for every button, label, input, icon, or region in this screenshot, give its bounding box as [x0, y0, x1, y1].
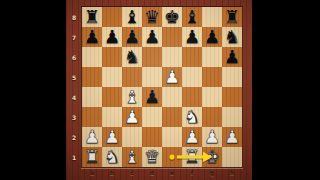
piece-black-pawn-h6[interactable]: ♟	[222, 47, 242, 67]
square-c4[interactable]: ♝	[122, 87, 142, 107]
square-g7[interactable]: ♟	[202, 27, 222, 47]
square-h5[interactable]	[222, 67, 242, 87]
piece-white-pawn-g2[interactable]: ♟	[202, 127, 222, 147]
square-b6[interactable]	[102, 47, 122, 67]
square-g5[interactable]	[202, 67, 222, 87]
square-d2[interactable]	[142, 127, 162, 147]
square-f1[interactable]: ♜	[182, 147, 202, 167]
file-label-c: c	[122, 167, 142, 180]
square-e6[interactable]	[162, 47, 182, 67]
file-label-f: f	[182, 167, 202, 180]
square-f5[interactable]	[182, 67, 202, 87]
square-b8[interactable]	[102, 7, 122, 27]
piece-white-pawn-b2[interactable]: ♟	[102, 127, 122, 147]
piece-white-pawn-a2[interactable]: ♟	[82, 127, 102, 147]
square-a5[interactable]	[82, 67, 102, 87]
file-label-d: d	[142, 167, 162, 180]
rank-labels: 87654321	[66, 7, 82, 167]
square-b7[interactable]: ♟	[102, 27, 122, 47]
rank-label-4: 4	[66, 87, 82, 107]
file-label-b: b	[102, 167, 122, 180]
piece-white-pawn-f2[interactable]: ♟	[182, 127, 202, 147]
piece-white-bishop-c1[interactable]: ♝	[122, 147, 142, 167]
piece-white-pawn-e5[interactable]: ♟	[162, 67, 182, 87]
square-e2[interactable]	[162, 127, 182, 147]
square-g8[interactable]	[202, 7, 222, 27]
piece-black-pawn-d7[interactable]: ♟	[142, 27, 162, 47]
square-c3[interactable]: ♟	[122, 107, 142, 127]
square-e4[interactable]	[162, 87, 182, 107]
square-h3[interactable]	[222, 107, 242, 127]
square-e8[interactable]: ♚	[162, 7, 182, 27]
piece-black-knight-c6[interactable]: ♞	[122, 47, 142, 67]
square-h7[interactable]: ♞	[222, 27, 242, 47]
square-g1[interactable]: ♚	[202, 147, 222, 167]
rank-label-2: 2	[66, 127, 82, 147]
square-e1[interactable]	[162, 147, 182, 167]
square-f2[interactable]: ♟	[182, 127, 202, 147]
square-d8[interactable]: ♛	[142, 7, 162, 27]
file-label-a: a	[82, 167, 102, 180]
square-b2[interactable]: ♟	[102, 127, 122, 147]
square-c8[interactable]: ♝	[122, 7, 142, 27]
piece-white-pawn-h2[interactable]: ♟	[222, 127, 242, 147]
square-g2[interactable]: ♟	[202, 127, 222, 147]
square-d1[interactable]: ♛	[142, 147, 162, 167]
piece-white-pawn-c3[interactable]: ♟	[122, 107, 142, 127]
piece-white-rook-a1[interactable]: ♜	[82, 147, 102, 167]
square-e3[interactable]	[162, 107, 182, 127]
piece-black-pawn-c7[interactable]: ♟	[122, 27, 142, 47]
rank-label-1: 1	[66, 147, 82, 167]
square-c5[interactable]	[122, 67, 142, 87]
square-e7[interactable]	[162, 27, 182, 47]
piece-white-king-g1[interactable]: ♚	[202, 147, 222, 167]
square-d4[interactable]: ♟	[142, 87, 162, 107]
square-c7[interactable]: ♟	[122, 27, 142, 47]
file-label-e: e	[162, 167, 182, 180]
square-h6[interactable]: ♟	[222, 47, 242, 67]
square-d3[interactable]	[142, 107, 162, 127]
piece-black-rook-h8[interactable]: ♜	[222, 7, 242, 27]
piece-black-queen-d8[interactable]: ♛	[142, 7, 162, 27]
square-c1[interactable]: ♝	[122, 147, 142, 167]
square-a2[interactable]: ♟	[82, 127, 102, 147]
piece-black-pawn-f7[interactable]: ♟	[182, 27, 202, 47]
piece-black-knight-h7[interactable]: ♞	[222, 27, 242, 47]
piece-black-rook-a8[interactable]: ♜	[82, 7, 102, 27]
square-h2[interactable]: ♟	[222, 127, 242, 147]
square-h1[interactable]	[222, 147, 242, 167]
square-d5[interactable]	[142, 67, 162, 87]
square-e5[interactable]: ♟	[162, 67, 182, 87]
square-b3[interactable]	[102, 107, 122, 127]
square-g6[interactable]	[202, 47, 222, 67]
piece-white-bishop-c4[interactable]: ♝	[122, 87, 142, 107]
piece-black-pawn-d4[interactable]: ♟	[142, 87, 162, 107]
chess-board-frame: 87654321 abcdefgh ♜♝♛♚♝♜♟♟♟♟♟♟♞♞♟♟♝♟♟♞♟♟…	[66, 0, 252, 180]
rank-label-8: 8	[66, 7, 82, 27]
square-g3[interactable]	[202, 107, 222, 127]
square-f3[interactable]: ♞	[182, 107, 202, 127]
chess-board: ♜♝♛♚♝♜♟♟♟♟♟♟♞♞♟♟♝♟♟♞♟♟♟♟♟♜♞♝♛♜♚	[82, 7, 242, 167]
piece-white-rook-f1[interactable]: ♜	[182, 147, 202, 167]
square-f8[interactable]: ♝	[182, 7, 202, 27]
file-label-h: h	[222, 167, 242, 180]
square-h4[interactable]	[222, 87, 242, 107]
square-d6[interactable]	[142, 47, 162, 67]
square-a4[interactable]	[82, 87, 102, 107]
piece-black-bishop-c8[interactable]: ♝	[122, 7, 142, 27]
piece-white-knight-b1[interactable]: ♞	[102, 147, 122, 167]
piece-black-pawn-a7[interactable]: ♟	[82, 27, 102, 47]
square-c6[interactable]: ♞	[122, 47, 142, 67]
file-label-g: g	[202, 167, 222, 180]
square-a7[interactable]: ♟	[82, 27, 102, 47]
piece-white-queen-d1[interactable]: ♛	[142, 147, 162, 167]
rank-label-6: 6	[66, 47, 82, 67]
square-a8[interactable]: ♜	[82, 7, 102, 27]
square-b5[interactable]	[102, 67, 122, 87]
square-d7[interactable]: ♟	[142, 27, 162, 47]
rank-label-3: 3	[66, 107, 82, 127]
square-b4[interactable]	[102, 87, 122, 107]
square-h8[interactable]: ♜	[222, 7, 242, 27]
file-labels: abcdefgh	[82, 167, 242, 180]
piece-white-knight-f3[interactable]: ♞	[182, 107, 202, 127]
rank-label-5: 5	[66, 67, 82, 87]
square-f4[interactable]	[182, 87, 202, 107]
square-f6[interactable]	[182, 47, 202, 67]
square-g4[interactable]	[202, 87, 222, 107]
rank-label-7: 7	[66, 27, 82, 47]
piece-black-pawn-b7[interactable]: ♟	[102, 27, 122, 47]
piece-black-bishop-f8[interactable]: ♝	[182, 7, 202, 27]
app-background: 87654321 abcdefgh ♜♝♛♚♝♜♟♟♟♟♟♟♞♞♟♟♝♟♟♞♟♟…	[0, 0, 320, 180]
square-f7[interactable]: ♟	[182, 27, 202, 47]
piece-black-pawn-g7[interactable]: ♟	[202, 27, 222, 47]
square-a3[interactable]	[82, 107, 102, 127]
piece-black-king-e8[interactable]: ♚	[162, 7, 182, 27]
square-a6[interactable]	[82, 47, 102, 67]
square-a1[interactable]: ♜	[82, 147, 102, 167]
square-b1[interactable]: ♞	[102, 147, 122, 167]
square-c2[interactable]	[122, 127, 142, 147]
